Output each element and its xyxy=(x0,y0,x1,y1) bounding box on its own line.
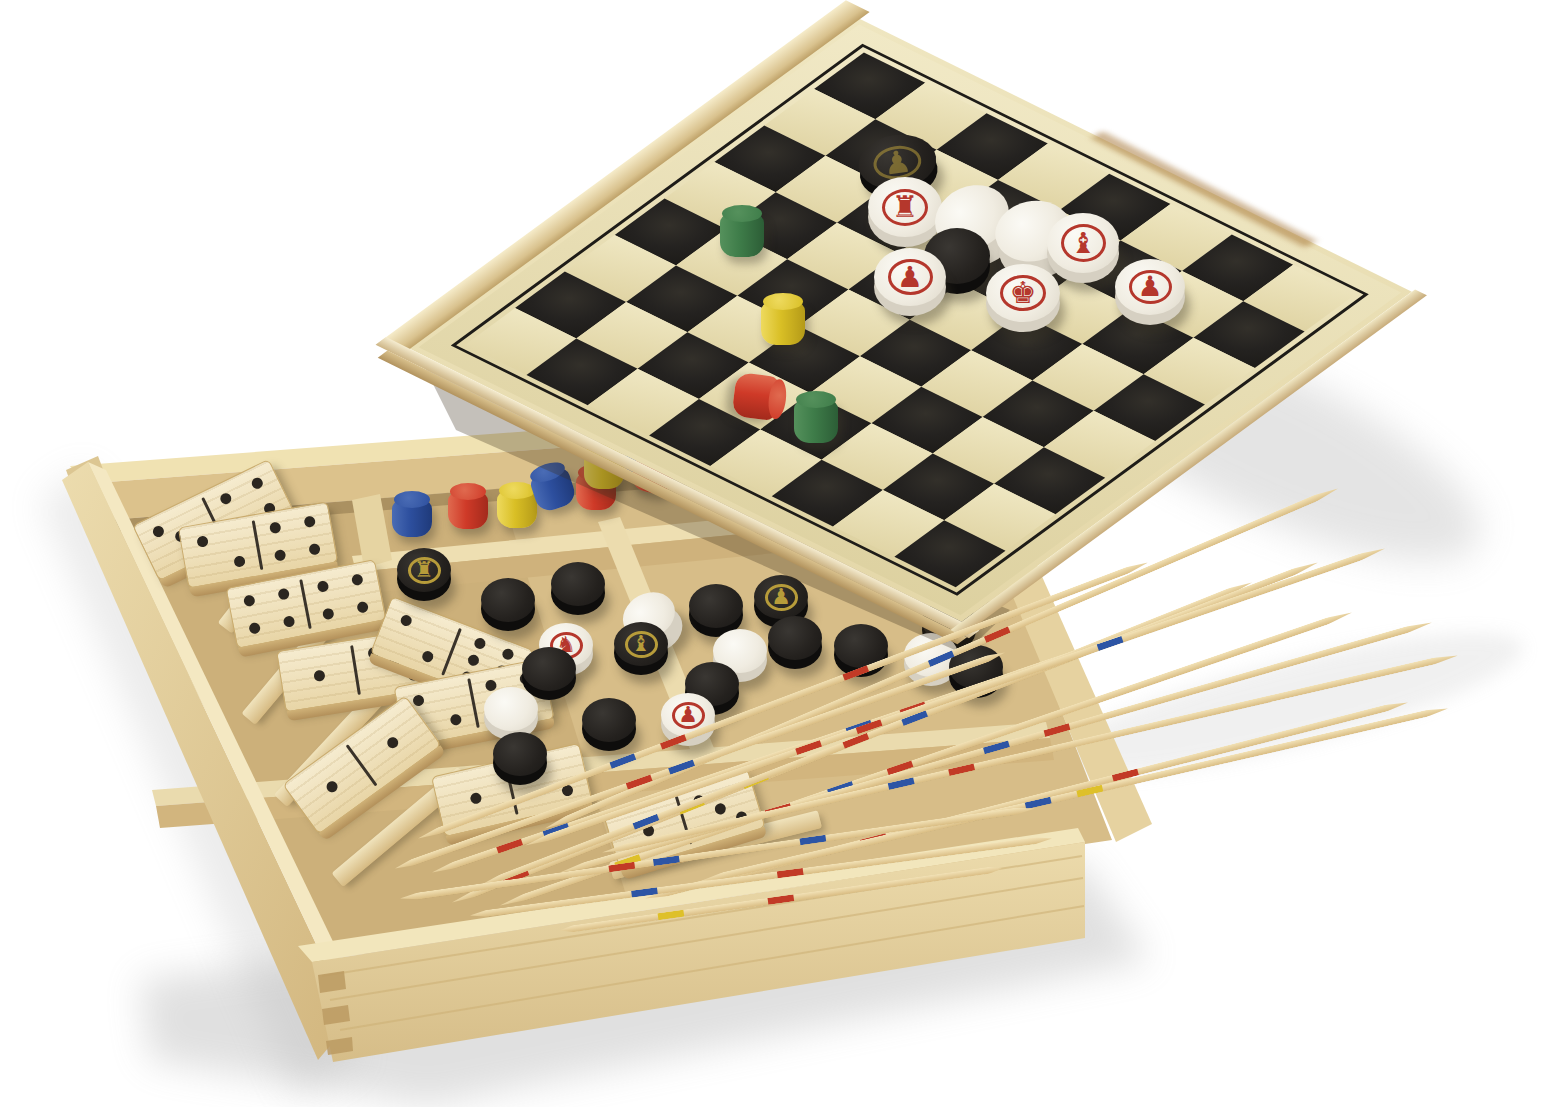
domino-pip xyxy=(274,549,287,562)
domino-half-1 xyxy=(344,697,440,790)
disc-top xyxy=(713,629,767,673)
domino-pip xyxy=(313,670,326,683)
box-back-wall-endcap xyxy=(66,456,122,536)
photo-stage: ♜♟♝♞♟ ♟♜♝♟♟♚ xyxy=(0,0,1559,1107)
domino-pip xyxy=(150,524,165,539)
domino-pip xyxy=(519,673,532,686)
domino-pip xyxy=(459,670,473,684)
disc-side xyxy=(397,557,451,601)
mikado-stick[interactable] xyxy=(601,652,1459,856)
domino-divider xyxy=(598,517,718,764)
domino-pip xyxy=(322,607,335,620)
disc-side xyxy=(614,631,668,675)
peg-body xyxy=(448,492,488,529)
domino-pip xyxy=(196,535,209,548)
box-front-wall-top xyxy=(298,828,1085,962)
white-disc-pawn[interactable]: ♟ xyxy=(661,693,715,746)
blue-band xyxy=(609,753,636,769)
domino-divider-line xyxy=(346,744,378,786)
disc-side xyxy=(582,707,636,751)
domino-3-4[interactable] xyxy=(132,459,296,581)
left-wall-shadow xyxy=(40,468,360,1098)
black-disc[interactable] xyxy=(768,616,822,669)
domino-side xyxy=(319,745,446,841)
disc-top xyxy=(685,662,739,706)
domino-pip xyxy=(173,529,188,544)
domino-2-6[interactable] xyxy=(370,596,534,708)
white-disc[interactable] xyxy=(615,583,688,655)
disc-side xyxy=(522,656,576,700)
domino-pip xyxy=(407,669,420,682)
blue-band xyxy=(845,719,872,734)
disc-side xyxy=(689,593,743,637)
domino-pip xyxy=(351,574,364,587)
domino-face xyxy=(225,559,386,649)
domino-half-1 xyxy=(432,761,519,836)
finger-joint xyxy=(326,1037,353,1055)
peg-tray-endwall xyxy=(352,494,392,568)
disc-top xyxy=(834,624,888,668)
disc-side xyxy=(949,654,1003,698)
red-band xyxy=(660,734,687,750)
pawn-mark-icon: ♟ xyxy=(672,702,705,729)
mikado-stick[interactable] xyxy=(417,559,1149,842)
finger-joint xyxy=(322,1005,350,1025)
blue-band xyxy=(827,780,854,795)
black-disc[interactable] xyxy=(689,584,743,637)
disc-side xyxy=(685,671,739,715)
mikado-stick[interactable] xyxy=(394,649,1006,872)
domino-pip xyxy=(269,522,282,535)
domino-pip xyxy=(449,714,462,727)
domino-pip xyxy=(561,784,574,797)
domino-face xyxy=(431,743,593,838)
red-band xyxy=(768,894,795,905)
yellow-band xyxy=(743,772,770,788)
box-interior-shade xyxy=(110,488,640,956)
domino-pip xyxy=(324,779,339,794)
rook-mark-icon: ♜ xyxy=(408,557,441,584)
mikado-stick[interactable] xyxy=(559,619,1433,876)
domino-face xyxy=(132,459,296,581)
box-left-wall-outer xyxy=(62,462,352,1060)
domino-half-3 xyxy=(133,493,227,580)
disc-top xyxy=(615,583,683,647)
domino-half-4 xyxy=(468,659,553,732)
front-wall-grain xyxy=(322,856,1084,1030)
domino-pip xyxy=(262,501,277,516)
disc-side xyxy=(754,584,808,628)
domino-half-1 xyxy=(284,741,380,834)
blue-band xyxy=(888,777,915,790)
domino-4-4[interactable] xyxy=(225,559,386,649)
domino-divider-line xyxy=(252,520,264,570)
yellow-band xyxy=(657,909,684,920)
domino-half-2 xyxy=(371,597,463,680)
red-band xyxy=(765,803,792,817)
disc-top xyxy=(551,562,605,606)
red-band xyxy=(503,868,530,884)
disc-side xyxy=(713,638,767,682)
domino-half-4 xyxy=(300,560,385,633)
mikado-stick[interactable] xyxy=(470,835,1053,919)
blue-band xyxy=(1024,796,1051,809)
domino-face xyxy=(393,658,554,748)
domino-pip xyxy=(734,811,748,825)
peg-top xyxy=(394,491,430,508)
domino-side xyxy=(406,718,555,756)
domino-1-3[interactable] xyxy=(276,627,436,712)
peg-top xyxy=(450,483,486,500)
domino-pip xyxy=(308,543,321,556)
disc-top xyxy=(522,647,576,691)
wooden-slat xyxy=(274,663,410,807)
disc-top xyxy=(768,616,822,660)
domino-pip xyxy=(713,802,727,816)
wooden-slat xyxy=(218,504,325,633)
mikado-stick[interactable] xyxy=(560,865,1003,934)
red-band xyxy=(1044,723,1071,737)
finger-joint xyxy=(318,971,346,993)
domino-pip xyxy=(466,653,480,667)
black-disc-pawn[interactable]: ♟ xyxy=(754,575,808,628)
stick-channel-divider-top xyxy=(152,722,1050,806)
domino-pip xyxy=(494,664,508,678)
domino-side xyxy=(287,688,437,721)
disc-side xyxy=(481,587,535,631)
blue-band xyxy=(799,834,826,845)
peg-top xyxy=(499,482,535,499)
domino-half-2 xyxy=(179,515,263,587)
blue-band xyxy=(914,819,941,832)
peg-body xyxy=(497,491,537,528)
domino-pip xyxy=(500,647,514,661)
box-front-wall-face xyxy=(312,842,1085,1062)
domino-pip xyxy=(490,706,503,719)
black-disc-bishop[interactable]: ♝ xyxy=(614,622,668,675)
domino-pip xyxy=(472,636,486,650)
box-shadow xyxy=(140,860,1150,1105)
black-disc[interactable] xyxy=(582,698,636,751)
disc-top xyxy=(949,645,1003,689)
domino-pip xyxy=(487,681,501,695)
blue-band xyxy=(983,740,1010,754)
domino-side xyxy=(160,514,299,589)
red-band xyxy=(900,701,927,716)
domino-face xyxy=(178,501,338,588)
disc-side xyxy=(551,571,605,615)
domino-half-3 xyxy=(351,629,434,700)
domino-half-3 xyxy=(675,769,764,848)
disc-side xyxy=(622,598,690,662)
domino-1-2[interactable] xyxy=(431,743,593,838)
blue-band xyxy=(633,813,660,829)
blue-band xyxy=(631,887,658,897)
domino-pip xyxy=(250,476,265,491)
domino-half-4 xyxy=(201,460,295,547)
mikado-stick[interactable] xyxy=(701,705,1449,884)
disc-side xyxy=(834,633,888,677)
black-disc[interactable] xyxy=(522,647,576,700)
domino-pip xyxy=(243,594,256,607)
yellow-peg[interactable] xyxy=(497,482,537,528)
white-disc[interactable] xyxy=(484,687,538,740)
domino-pip xyxy=(233,555,246,568)
domino-pip xyxy=(367,646,380,659)
red-band xyxy=(609,861,636,872)
domino-half-6 xyxy=(441,624,533,707)
domino-pip xyxy=(399,613,413,627)
domino-pip xyxy=(248,622,261,635)
blue-band xyxy=(928,650,955,667)
board-grid xyxy=(465,52,1354,587)
disc-top: ♜ xyxy=(397,548,451,592)
bishop-mark-icon: ♝ xyxy=(625,631,658,658)
mikado-stick[interactable] xyxy=(431,605,1209,876)
mikado-stick[interactable] xyxy=(499,609,1353,909)
disc-top xyxy=(493,732,547,776)
domino-half-2 xyxy=(395,674,480,747)
red-band xyxy=(795,739,822,754)
black-disc[interactable] xyxy=(551,562,605,615)
blue-band xyxy=(653,855,680,866)
domino-pip xyxy=(387,658,400,671)
domino-face xyxy=(282,695,441,835)
domino-2-4[interactable] xyxy=(178,501,338,588)
domino-half-4 xyxy=(227,575,312,648)
domino-side xyxy=(621,827,767,880)
red-band xyxy=(843,732,870,748)
white-disc-knight[interactable]: ♞ xyxy=(539,623,593,676)
stick-channel-divider-face xyxy=(156,738,1054,828)
domino-divider-line xyxy=(467,678,479,728)
disc-side xyxy=(493,741,547,785)
domino-1-3[interactable] xyxy=(602,768,765,872)
disc-top xyxy=(582,698,636,742)
box-left-wall-top xyxy=(88,462,366,1020)
domino-face xyxy=(276,627,436,712)
blue-band xyxy=(543,822,570,837)
yellow-band xyxy=(1076,784,1103,797)
domino-pip xyxy=(412,694,425,707)
domino-pip xyxy=(641,824,655,838)
white-disc[interactable] xyxy=(713,629,767,682)
domino-pip xyxy=(231,516,246,531)
disc-side xyxy=(904,642,958,686)
red-band xyxy=(948,763,975,776)
domino-face xyxy=(602,768,765,872)
domino-pip xyxy=(523,766,536,779)
domino-pip xyxy=(524,700,537,713)
mikado-stick[interactable] xyxy=(400,805,1036,902)
peg-body xyxy=(392,500,432,537)
blue-band xyxy=(901,710,928,726)
black-disc[interactable] xyxy=(481,578,535,631)
red-band xyxy=(860,833,887,846)
red-band xyxy=(496,838,523,853)
red-band xyxy=(843,665,870,681)
domino-pip xyxy=(692,794,706,808)
domino-pip xyxy=(219,491,234,506)
black-disc-rook[interactable]: ♜ xyxy=(397,548,451,601)
domino-pip xyxy=(277,588,290,601)
disc-side xyxy=(484,696,538,740)
black-disc[interactable] xyxy=(949,645,1003,698)
yellow-band xyxy=(679,798,706,814)
domino-divider-line xyxy=(504,765,518,814)
wooden-slat xyxy=(241,583,364,725)
wooden-slat xyxy=(609,810,822,879)
domino-pip xyxy=(303,516,316,529)
disc-top xyxy=(481,578,535,622)
disc-top xyxy=(689,584,743,628)
domino-side xyxy=(368,653,512,716)
blue-band xyxy=(1096,635,1123,650)
domino-half-2 xyxy=(505,744,592,819)
mikado-stick[interactable] xyxy=(644,699,1409,902)
knight-mark-icon: ♞ xyxy=(550,632,583,659)
domino-side xyxy=(238,619,387,657)
wooden-slat xyxy=(332,767,470,887)
domino-pip xyxy=(317,580,330,593)
domino-pip xyxy=(356,601,369,614)
red-peg[interactable] xyxy=(448,483,488,529)
disc-top: ♞ xyxy=(539,623,593,667)
disc-top xyxy=(484,687,538,731)
domino-side xyxy=(446,802,594,845)
disc-side xyxy=(539,632,593,676)
red-band xyxy=(887,760,914,775)
disc-top: ♟ xyxy=(661,693,715,737)
domino-divider-line xyxy=(441,628,462,676)
domino-pip xyxy=(195,534,210,549)
red-band xyxy=(777,867,804,877)
disc-side xyxy=(661,702,715,746)
red-band xyxy=(856,719,883,734)
domino-divider-line xyxy=(350,645,361,695)
sticks-ground-shadow xyxy=(1037,605,1533,805)
black-disc[interactable] xyxy=(493,732,547,785)
domino-pip xyxy=(282,615,295,628)
domino-divider-line xyxy=(299,579,311,629)
black-disc[interactable] xyxy=(834,624,888,677)
checkerboard-lid xyxy=(408,18,1412,622)
domino-2-4[interactable] xyxy=(393,658,554,748)
domino-pip xyxy=(385,735,400,750)
disc-side xyxy=(768,625,822,669)
domino-divider-line xyxy=(201,497,226,543)
red-band xyxy=(1112,768,1139,781)
domino-pip xyxy=(469,792,482,805)
domino-pip xyxy=(421,650,435,664)
domino-1-1[interactable] xyxy=(282,695,441,835)
mikado-stick[interactable] xyxy=(451,579,1254,905)
blue-peg[interactable] xyxy=(392,491,432,537)
domino-half-4 xyxy=(253,502,337,574)
yellow-band xyxy=(614,854,641,869)
red-band xyxy=(626,774,653,789)
blue-band xyxy=(668,759,695,774)
disc-top: ♝ xyxy=(614,622,668,666)
domino-side xyxy=(189,562,338,598)
domino-half-1 xyxy=(277,640,360,711)
domino-half-1 xyxy=(604,791,693,870)
black-disc[interactable] xyxy=(685,662,739,715)
domino-divider-line xyxy=(675,796,692,845)
pawn-mark-icon: ♟ xyxy=(765,584,798,611)
domino-face xyxy=(370,596,534,708)
domino-pip xyxy=(485,679,498,692)
